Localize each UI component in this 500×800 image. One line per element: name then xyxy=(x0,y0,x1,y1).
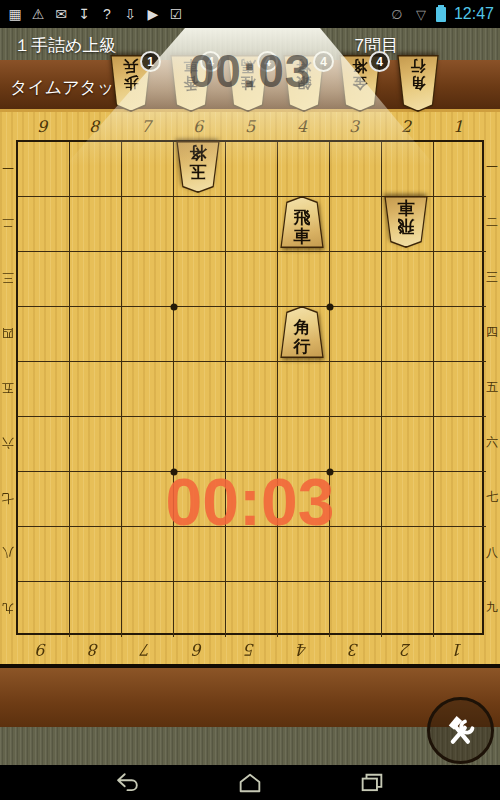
hand-piece-銀将[interactable]: 銀将4 xyxy=(282,55,326,112)
hand-count-badge: 4 xyxy=(369,51,390,72)
hand-piece-金将[interactable]: 金将4 xyxy=(338,55,382,112)
battery-icon xyxy=(436,7,446,22)
email-icon: ✉ xyxy=(52,5,70,23)
back-button[interactable] xyxy=(113,771,143,795)
board-piece-飛車-4二[interactable]: 飛車 xyxy=(279,196,325,248)
hand-piece-桂馬[interactable]: 桂馬4 xyxy=(226,55,270,112)
shogi-board: 987654321 一二三四五六七八九 一二三四五六七八九 987654321 … xyxy=(0,112,500,668)
page-title: １手詰め上級 xyxy=(14,34,116,57)
android-nav-bar xyxy=(0,765,500,800)
gallery-icon: ▦ xyxy=(6,5,24,23)
shogi-app-screen: ▦⚠✉↧?⇩▶☑ ∅ ▽ 12:47 １手詰め上級 7問目 タイムアタック 歩兵… xyxy=(0,0,500,800)
hand-count-badge: 4 xyxy=(313,51,334,72)
board-piece-飛車-2二[interactable]: 飛車 xyxy=(383,196,429,248)
wifi-question-icon: ? xyxy=(98,5,116,23)
hand-count-badge: 4 xyxy=(200,51,221,72)
recents-button[interactable] xyxy=(357,771,387,795)
hand-count-badge: 1 xyxy=(140,51,161,72)
hammer-wrench-icon xyxy=(441,711,481,751)
board-pieces-layer: 玉将飛車飛車角行 xyxy=(0,112,500,664)
board-piece-角行-4四[interactable]: 角行 xyxy=(279,306,325,358)
board-piece-玉将-6一[interactable]: 玉将 xyxy=(175,141,221,193)
play-store-icon: ▶ xyxy=(144,5,162,23)
settings-button[interactable] xyxy=(427,697,494,764)
download-icon: ↧ xyxy=(75,5,93,23)
hand-piece-香車[interactable]: 香車4 xyxy=(169,55,213,112)
checkbox-icon: ☑ xyxy=(167,5,185,23)
clock: 12:47 xyxy=(454,5,494,23)
wifi-open-icon: ▽ xyxy=(412,5,430,23)
system-icons: ∅ ▽ 12:47 xyxy=(388,5,494,23)
home-button[interactable] xyxy=(235,771,265,795)
android-status-bar: ▦⚠✉↧?⇩▶☑ ∅ ▽ 12:47 xyxy=(0,0,500,28)
warning-icon: ⚠ xyxy=(29,5,47,23)
hand-piece-歩兵[interactable]: 歩兵1 xyxy=(109,55,153,112)
system-update-icon: ⇩ xyxy=(121,5,139,23)
bottom-wood-bar xyxy=(0,668,500,727)
bottom-texture-strip xyxy=(0,727,500,765)
silent-mode-icon: ∅ xyxy=(388,5,406,23)
notification-icons: ▦⚠✉↧?⇩▶☑ xyxy=(6,5,185,23)
hand-count-badge: 4 xyxy=(257,51,278,72)
hand-piece-角行[interactable]: 角行 xyxy=(396,55,440,112)
